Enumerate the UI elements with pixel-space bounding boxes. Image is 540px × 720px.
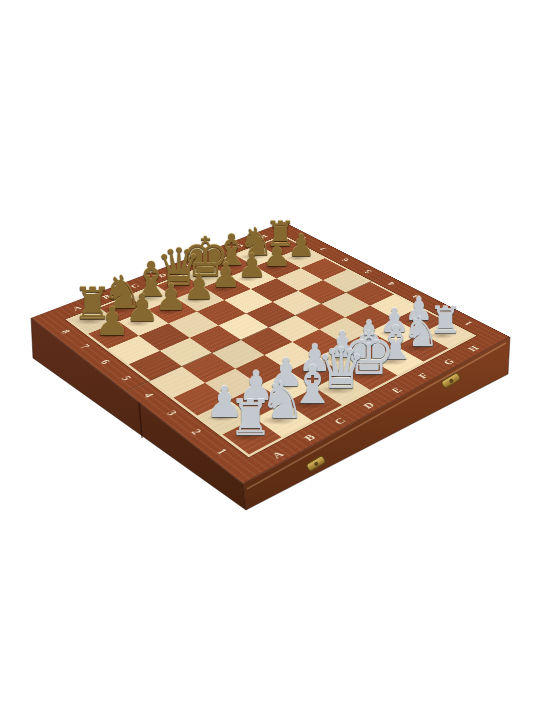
product-photo-stage: AA88BB77CC66DD55EE44FF33GG22HH11 ♜♞♝♛♚♝♞… xyxy=(0,0,540,720)
piece-black-pawn-f7[interactable]: ♟ xyxy=(237,250,266,283)
piece-black-pawn-c7[interactable]: ♟ xyxy=(155,280,188,317)
piece-black-pawn-g7[interactable]: ♟ xyxy=(263,240,291,272)
rank-label-4-left: 4 xyxy=(142,391,156,399)
rank-label-8-left: 8 xyxy=(59,328,72,334)
piece-black-pawn-d7[interactable]: ♟ xyxy=(183,269,215,304)
rank-label-6-left: 6 xyxy=(99,358,113,365)
piece-black-pawn-e7[interactable]: ♟ xyxy=(211,259,241,293)
rank-label-1-left: 1 xyxy=(215,447,230,456)
rank-label-7-left: 7 xyxy=(79,343,93,350)
piece-black-pawn-b7[interactable]: ♟ xyxy=(125,290,159,328)
file-label-h-near: H xyxy=(465,344,480,352)
rank-label-5-right: 5 xyxy=(362,269,373,274)
rank-label-5-left: 5 xyxy=(120,374,134,381)
rank-label-1-right: 1 xyxy=(462,320,474,326)
rank-label-7-right: 7 xyxy=(318,246,329,251)
rank-label-4-right: 4 xyxy=(386,281,397,286)
file-label-d-near: D xyxy=(360,400,376,409)
piece-white-rook-a1[interactable]: ♜ xyxy=(228,394,272,443)
rank-label-3-left: 3 xyxy=(165,409,180,417)
file-label-f-near: F xyxy=(415,371,429,379)
file-label-g-near: G xyxy=(440,357,456,366)
piece-black-pawn-a7[interactable]: ♟ xyxy=(95,301,130,340)
rank-label-2-left: 2 xyxy=(189,427,204,436)
rank-label-6-right: 6 xyxy=(339,257,350,262)
file-label-c-near: C xyxy=(331,416,347,426)
file-label-a-near: A xyxy=(269,449,286,460)
piece-black-pawn-h7[interactable]: ♟ xyxy=(287,231,314,262)
file-label-b-near: B xyxy=(301,432,317,442)
